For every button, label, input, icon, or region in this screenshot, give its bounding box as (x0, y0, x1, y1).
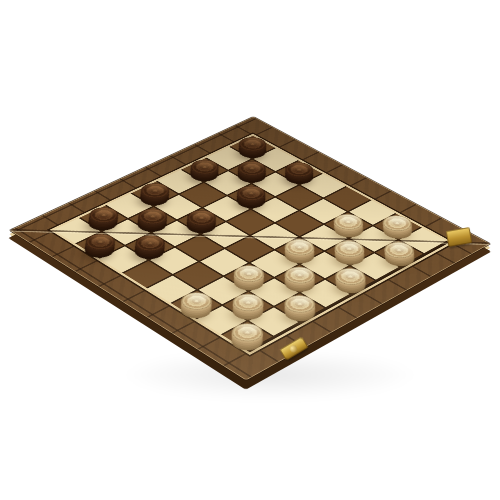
playing-grid (50, 134, 454, 355)
checkers-board (10, 117, 491, 381)
product-photo-scene (0, 0, 500, 500)
dark-checker-r1c1[interactable] (233, 134, 271, 154)
